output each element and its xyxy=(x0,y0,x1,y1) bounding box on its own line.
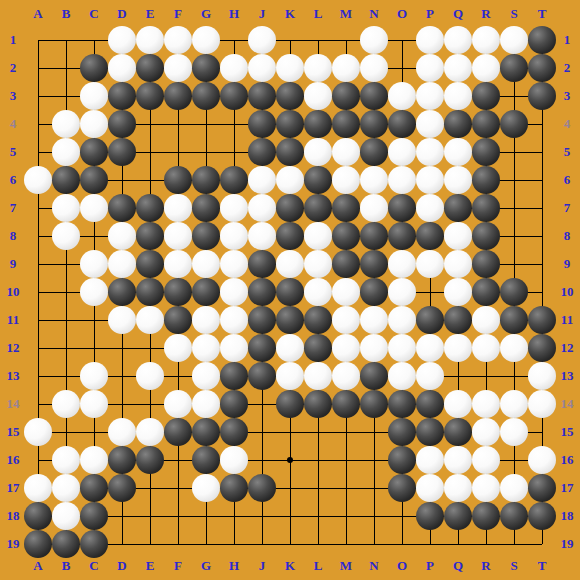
white-stone-a15 xyxy=(24,418,52,446)
black-stone-t2 xyxy=(528,54,556,82)
black-stone-c18 xyxy=(80,502,108,530)
white-stone-h12 xyxy=(220,334,248,362)
white-stone-t14 xyxy=(528,390,556,418)
white-stone-o10 xyxy=(388,278,416,306)
black-stone-k3 xyxy=(276,82,304,110)
white-stone-b4 xyxy=(52,110,80,138)
white-stone-n12 xyxy=(360,334,388,362)
black-stone-m8 xyxy=(332,222,360,250)
column-label-bottom-b: B xyxy=(54,557,78,575)
black-stone-q4 xyxy=(444,110,472,138)
white-stone-a6 xyxy=(24,166,52,194)
black-stone-n8 xyxy=(360,222,388,250)
white-stone-e1 xyxy=(136,26,164,54)
row-label-left-6: 6 xyxy=(1,171,25,189)
black-stone-a19 xyxy=(24,530,52,558)
row-label-left-10: 10 xyxy=(1,283,25,301)
black-stone-e8 xyxy=(136,222,164,250)
black-stone-b6 xyxy=(52,166,80,194)
white-stone-k2 xyxy=(276,54,304,82)
white-stone-d11 xyxy=(108,306,136,334)
column-label-bottom-s: S xyxy=(502,557,526,575)
column-label-top-n: N xyxy=(362,5,386,23)
white-stone-f12 xyxy=(164,334,192,362)
black-stone-p8 xyxy=(416,222,444,250)
white-stone-d9 xyxy=(108,250,136,278)
black-stone-h3 xyxy=(220,82,248,110)
black-stone-j5 xyxy=(248,138,276,166)
white-stone-g12 xyxy=(192,334,220,362)
black-stone-t1 xyxy=(528,26,556,54)
black-stone-m14 xyxy=(332,390,360,418)
white-stone-p16 xyxy=(416,446,444,474)
row-label-left-5: 5 xyxy=(1,143,25,161)
column-label-top-o: O xyxy=(390,5,414,23)
column-label-top-l: L xyxy=(306,5,330,23)
column-label-top-b: B xyxy=(54,5,78,23)
white-stone-m2 xyxy=(332,54,360,82)
column-label-top-f: F xyxy=(166,5,190,23)
white-stone-l3 xyxy=(304,82,332,110)
black-stone-d7 xyxy=(108,194,136,222)
row-label-left-19: 19 xyxy=(1,535,25,553)
white-stone-s12 xyxy=(500,334,528,362)
white-stone-p7 xyxy=(416,194,444,222)
white-stone-q12 xyxy=(444,334,472,362)
column-label-bottom-p: P xyxy=(418,557,442,575)
white-stone-q6 xyxy=(444,166,472,194)
row-label-right-8: 8 xyxy=(555,227,579,245)
black-stone-s10 xyxy=(500,278,528,306)
white-stone-t13 xyxy=(528,362,556,390)
white-stone-o5 xyxy=(388,138,416,166)
black-stone-j12 xyxy=(248,334,276,362)
white-stone-f8 xyxy=(164,222,192,250)
column-label-top-m: M xyxy=(334,5,358,23)
black-stone-k14 xyxy=(276,390,304,418)
row-label-left-9: 9 xyxy=(1,255,25,273)
row-label-right-18: 18 xyxy=(555,507,579,525)
black-stone-b19 xyxy=(52,530,80,558)
row-label-right-9: 9 xyxy=(555,255,579,273)
white-stone-m13 xyxy=(332,362,360,390)
white-stone-k6 xyxy=(276,166,304,194)
white-stone-p6 xyxy=(416,166,444,194)
white-stone-f14 xyxy=(164,390,192,418)
go-board[interactable] xyxy=(24,26,556,558)
white-stone-j7 xyxy=(248,194,276,222)
row-label-left-11: 11 xyxy=(1,311,25,329)
row-label-left-13: 13 xyxy=(1,367,25,385)
black-stone-l6 xyxy=(304,166,332,194)
black-stone-d5 xyxy=(108,138,136,166)
black-stone-g16 xyxy=(192,446,220,474)
row-label-right-17: 17 xyxy=(555,479,579,497)
white-stone-j8 xyxy=(248,222,276,250)
black-stone-r18 xyxy=(472,502,500,530)
row-label-right-2: 2 xyxy=(555,59,579,77)
white-stone-l2 xyxy=(304,54,332,82)
column-label-top-d: D xyxy=(110,5,134,23)
white-stone-s1 xyxy=(500,26,528,54)
white-stone-p17 xyxy=(416,474,444,502)
white-stone-f2 xyxy=(164,54,192,82)
column-label-bottom-q: Q xyxy=(446,557,470,575)
white-stone-t16 xyxy=(528,446,556,474)
white-stone-c10 xyxy=(80,278,108,306)
black-stone-k4 xyxy=(276,110,304,138)
white-stone-d1 xyxy=(108,26,136,54)
black-stone-f10 xyxy=(164,278,192,306)
star-point-k16 xyxy=(287,457,293,463)
black-stone-a18 xyxy=(24,502,52,530)
white-stone-b18 xyxy=(52,502,80,530)
black-stone-r5 xyxy=(472,138,500,166)
black-stone-h15 xyxy=(220,418,248,446)
black-stone-g6 xyxy=(192,166,220,194)
row-label-right-1: 1 xyxy=(555,31,579,49)
black-stone-q7 xyxy=(444,194,472,222)
white-stone-n1 xyxy=(360,26,388,54)
black-stone-t3 xyxy=(528,82,556,110)
white-stone-h16 xyxy=(220,446,248,474)
row-label-right-3: 3 xyxy=(555,87,579,105)
black-stone-h6 xyxy=(220,166,248,194)
white-stone-d15 xyxy=(108,418,136,446)
white-stone-p5 xyxy=(416,138,444,166)
black-stone-r3 xyxy=(472,82,500,110)
white-stone-c7 xyxy=(80,194,108,222)
white-stone-k12 xyxy=(276,334,304,362)
black-stone-o14 xyxy=(388,390,416,418)
white-stone-e11 xyxy=(136,306,164,334)
black-stone-h13 xyxy=(220,362,248,390)
white-stone-n2 xyxy=(360,54,388,82)
black-stone-t18 xyxy=(528,502,556,530)
white-stone-g17 xyxy=(192,474,220,502)
black-stone-e7 xyxy=(136,194,164,222)
white-stone-f1 xyxy=(164,26,192,54)
white-stone-j6 xyxy=(248,166,276,194)
black-stone-f15 xyxy=(164,418,192,446)
white-stone-r14 xyxy=(472,390,500,418)
white-stone-l9 xyxy=(304,250,332,278)
black-stone-n5 xyxy=(360,138,388,166)
black-stone-f11 xyxy=(164,306,192,334)
black-stone-f3 xyxy=(164,82,192,110)
black-stone-l4 xyxy=(304,110,332,138)
white-stone-o13 xyxy=(388,362,416,390)
black-stone-k10 xyxy=(276,278,304,306)
black-stone-g15 xyxy=(192,418,220,446)
black-stone-g10 xyxy=(192,278,220,306)
black-stone-r10 xyxy=(472,278,500,306)
row-label-left-17: 17 xyxy=(1,479,25,497)
white-stone-e15 xyxy=(136,418,164,446)
white-stone-n6 xyxy=(360,166,388,194)
row-label-right-7: 7 xyxy=(555,199,579,217)
white-stone-b14 xyxy=(52,390,80,418)
white-stone-s15 xyxy=(500,418,528,446)
white-stone-l10 xyxy=(304,278,332,306)
column-label-bottom-f: F xyxy=(166,557,190,575)
white-stone-s14 xyxy=(500,390,528,418)
white-stone-m6 xyxy=(332,166,360,194)
white-stone-o3 xyxy=(388,82,416,110)
column-label-bottom-t: T xyxy=(530,557,554,575)
white-stone-e13 xyxy=(136,362,164,390)
white-stone-o6 xyxy=(388,166,416,194)
black-stone-l7 xyxy=(304,194,332,222)
black-stone-e16 xyxy=(136,446,164,474)
white-stone-r2 xyxy=(472,54,500,82)
row-label-left-12: 12 xyxy=(1,339,25,357)
row-label-right-11: 11 xyxy=(555,311,579,329)
black-stone-d3 xyxy=(108,82,136,110)
white-stone-c14 xyxy=(80,390,108,418)
white-stone-g9 xyxy=(192,250,220,278)
column-label-bottom-l: L xyxy=(306,557,330,575)
row-label-left-14: 14 xyxy=(1,395,25,413)
white-stone-q2 xyxy=(444,54,472,82)
column-label-bottom-h: H xyxy=(222,557,246,575)
row-label-left-2: 2 xyxy=(1,59,25,77)
black-stone-e3 xyxy=(136,82,164,110)
black-stone-j17 xyxy=(248,474,276,502)
white-stone-q8 xyxy=(444,222,472,250)
row-label-right-5: 5 xyxy=(555,143,579,161)
black-stone-m9 xyxy=(332,250,360,278)
black-stone-g8 xyxy=(192,222,220,250)
black-stone-c19 xyxy=(80,530,108,558)
white-stone-h9 xyxy=(220,250,248,278)
black-stone-r9 xyxy=(472,250,500,278)
black-stone-g3 xyxy=(192,82,220,110)
column-label-top-t: T xyxy=(530,5,554,23)
white-stone-q5 xyxy=(444,138,472,166)
white-stone-p2 xyxy=(416,54,444,82)
white-stone-r1 xyxy=(472,26,500,54)
black-stone-n3 xyxy=(360,82,388,110)
black-stone-o8 xyxy=(388,222,416,250)
black-stone-n10 xyxy=(360,278,388,306)
white-stone-m5 xyxy=(332,138,360,166)
black-stone-k5 xyxy=(276,138,304,166)
black-stone-h14 xyxy=(220,390,248,418)
black-stone-p14 xyxy=(416,390,444,418)
white-stone-r11 xyxy=(472,306,500,334)
column-label-bottom-o: O xyxy=(390,557,414,575)
white-stone-p9 xyxy=(416,250,444,278)
white-stone-m10 xyxy=(332,278,360,306)
white-stone-c16 xyxy=(80,446,108,474)
black-stone-q11 xyxy=(444,306,472,334)
white-stone-p1 xyxy=(416,26,444,54)
black-stone-h17 xyxy=(220,474,248,502)
white-stone-q1 xyxy=(444,26,472,54)
row-label-right-4: 4 xyxy=(555,115,579,133)
black-stone-e10 xyxy=(136,278,164,306)
column-label-top-j: J xyxy=(250,5,274,23)
black-stone-j3 xyxy=(248,82,276,110)
white-stone-p12 xyxy=(416,334,444,362)
white-stone-r16 xyxy=(472,446,500,474)
white-stone-o9 xyxy=(388,250,416,278)
row-label-left-7: 7 xyxy=(1,199,25,217)
row-label-left-15: 15 xyxy=(1,423,25,441)
black-stone-t12 xyxy=(528,334,556,362)
black-stone-n14 xyxy=(360,390,388,418)
white-stone-j2 xyxy=(248,54,276,82)
column-label-top-s: S xyxy=(502,5,526,23)
white-stone-k13 xyxy=(276,362,304,390)
row-label-left-4: 4 xyxy=(1,115,25,133)
white-stone-g11 xyxy=(192,306,220,334)
black-stone-j11 xyxy=(248,306,276,334)
white-stone-b16 xyxy=(52,446,80,474)
white-stone-g13 xyxy=(192,362,220,390)
black-stone-f6 xyxy=(164,166,192,194)
column-label-top-p: P xyxy=(418,5,442,23)
black-stone-l14 xyxy=(304,390,332,418)
column-label-bottom-e: E xyxy=(138,557,162,575)
black-stone-q18 xyxy=(444,502,472,530)
column-label-top-h: H xyxy=(222,5,246,23)
white-stone-j1 xyxy=(248,26,276,54)
row-label-right-6: 6 xyxy=(555,171,579,189)
white-stone-a17 xyxy=(24,474,52,502)
white-stone-r15 xyxy=(472,418,500,446)
black-stone-n9 xyxy=(360,250,388,278)
black-stone-o7 xyxy=(388,194,416,222)
column-label-top-g: G xyxy=(194,5,218,23)
black-stone-c2 xyxy=(80,54,108,82)
white-stone-q17 xyxy=(444,474,472,502)
black-stone-d4 xyxy=(108,110,136,138)
row-label-left-16: 16 xyxy=(1,451,25,469)
white-stone-f7 xyxy=(164,194,192,222)
black-stone-r6 xyxy=(472,166,500,194)
row-label-right-15: 15 xyxy=(555,423,579,441)
column-label-bottom-m: M xyxy=(334,557,358,575)
black-stone-j10 xyxy=(248,278,276,306)
black-stone-d10 xyxy=(108,278,136,306)
column-label-bottom-a: A xyxy=(26,557,50,575)
column-label-bottom-r: R xyxy=(474,557,498,575)
white-stone-h8 xyxy=(220,222,248,250)
row-label-left-1: 1 xyxy=(1,31,25,49)
white-stone-s17 xyxy=(500,474,528,502)
black-stone-o4 xyxy=(388,110,416,138)
white-stone-h7 xyxy=(220,194,248,222)
white-stone-h11 xyxy=(220,306,248,334)
row-label-right-19: 19 xyxy=(555,535,579,553)
black-stone-l12 xyxy=(304,334,332,362)
column-label-bottom-g: G xyxy=(194,557,218,575)
black-stone-j9 xyxy=(248,250,276,278)
row-label-left-8: 8 xyxy=(1,227,25,245)
white-stone-q16 xyxy=(444,446,472,474)
black-stone-d17 xyxy=(108,474,136,502)
white-stone-h2 xyxy=(220,54,248,82)
black-stone-p18 xyxy=(416,502,444,530)
black-stone-k8 xyxy=(276,222,304,250)
white-stone-n7 xyxy=(360,194,388,222)
white-stone-r12 xyxy=(472,334,500,362)
white-stone-c3 xyxy=(80,82,108,110)
black-stone-n13 xyxy=(360,362,388,390)
white-stone-q10 xyxy=(444,278,472,306)
black-stone-s2 xyxy=(500,54,528,82)
white-stone-m12 xyxy=(332,334,360,362)
row-label-right-12: 12 xyxy=(555,339,579,357)
black-stone-k7 xyxy=(276,194,304,222)
black-stone-o15 xyxy=(388,418,416,446)
column-label-bottom-n: N xyxy=(362,557,386,575)
white-stone-l5 xyxy=(304,138,332,166)
white-stone-p13 xyxy=(416,362,444,390)
white-stone-p4 xyxy=(416,110,444,138)
black-stone-e2 xyxy=(136,54,164,82)
white-stone-b8 xyxy=(52,222,80,250)
black-stone-c5 xyxy=(80,138,108,166)
white-stone-q3 xyxy=(444,82,472,110)
black-stone-r7 xyxy=(472,194,500,222)
black-stone-j13 xyxy=(248,362,276,390)
white-stone-c9 xyxy=(80,250,108,278)
black-stone-o17 xyxy=(388,474,416,502)
row-label-right-14: 14 xyxy=(555,395,579,413)
black-stone-g7 xyxy=(192,194,220,222)
white-stone-h10 xyxy=(220,278,248,306)
white-stone-c4 xyxy=(80,110,108,138)
black-stone-e9 xyxy=(136,250,164,278)
black-stone-t11 xyxy=(528,306,556,334)
black-stone-s4 xyxy=(500,110,528,138)
black-stone-p11 xyxy=(416,306,444,334)
black-stone-p15 xyxy=(416,418,444,446)
white-stone-o11 xyxy=(388,306,416,334)
black-stone-m3 xyxy=(332,82,360,110)
white-stone-q9 xyxy=(444,250,472,278)
white-stone-r17 xyxy=(472,474,500,502)
black-stone-r4 xyxy=(472,110,500,138)
black-stone-g2 xyxy=(192,54,220,82)
black-stone-k11 xyxy=(276,306,304,334)
white-stone-l13 xyxy=(304,362,332,390)
column-label-bottom-d: D xyxy=(110,557,134,575)
white-stone-f9 xyxy=(164,250,192,278)
column-label-bottom-c: C xyxy=(82,557,106,575)
black-stone-l11 xyxy=(304,306,332,334)
white-stone-d2 xyxy=(108,54,136,82)
row-label-right-10: 10 xyxy=(555,283,579,301)
white-stone-l8 xyxy=(304,222,332,250)
black-stone-n4 xyxy=(360,110,388,138)
row-label-left-18: 18 xyxy=(1,507,25,525)
column-label-top-r: R xyxy=(474,5,498,23)
black-stone-d16 xyxy=(108,446,136,474)
column-label-top-k: K xyxy=(278,5,302,23)
white-stone-b5 xyxy=(52,138,80,166)
white-stone-c13 xyxy=(80,362,108,390)
column-label-bottom-k: K xyxy=(278,557,302,575)
white-stone-g14 xyxy=(192,390,220,418)
black-stone-s11 xyxy=(500,306,528,334)
column-label-bottom-j: J xyxy=(250,557,274,575)
black-stone-m7 xyxy=(332,194,360,222)
black-stone-c6 xyxy=(80,166,108,194)
